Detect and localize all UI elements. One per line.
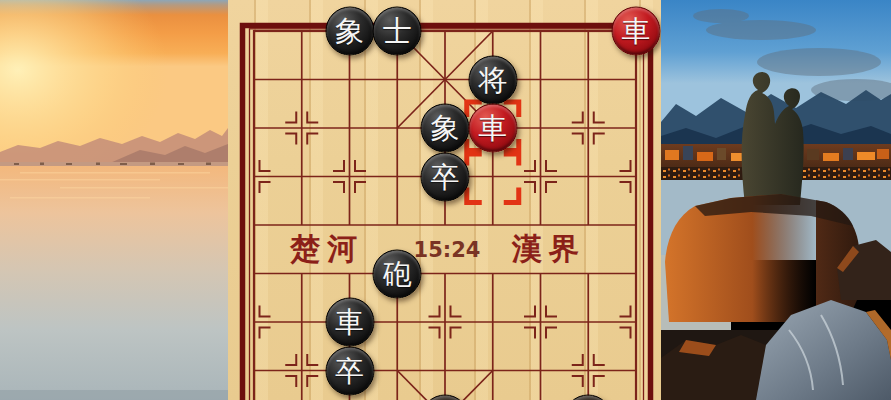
xiangqi-board[interactable]: 楚河 15:24 漢界 象士車将象車卒砲車卒 xyxy=(228,0,661,400)
piece-black-elephant[interactable]: 象 xyxy=(325,7,374,56)
piece-red-chariot[interactable]: 車 xyxy=(612,7,661,56)
piece-black-elephant[interactable]: 象 xyxy=(421,104,470,153)
background-photo-right xyxy=(661,0,891,400)
background-photo-left xyxy=(0,0,228,400)
piece-black-soldier[interactable]: 卒 xyxy=(421,152,470,201)
river-label-left: 楚河 xyxy=(290,229,364,270)
water-shadow xyxy=(0,390,228,400)
screenshot-root: 楚河 15:24 漢界 象士車将象車卒砲車卒 xyxy=(0,0,891,400)
piece-red-chariot-selected[interactable]: 車 xyxy=(468,104,517,153)
piece-black-cannon[interactable]: 砲 xyxy=(373,249,422,298)
move-timer: 15:24 xyxy=(414,238,481,262)
piece-black-advisor[interactable]: 士 xyxy=(373,7,422,56)
piece-black-soldier[interactable]: 卒 xyxy=(325,346,374,395)
river-label-right: 漢界 xyxy=(512,229,586,270)
shoreline xyxy=(0,162,228,166)
piece-black-general[interactable]: 将 xyxy=(468,55,517,104)
sea xyxy=(0,166,228,400)
piece-black-chariot[interactable]: 車 xyxy=(325,298,374,347)
